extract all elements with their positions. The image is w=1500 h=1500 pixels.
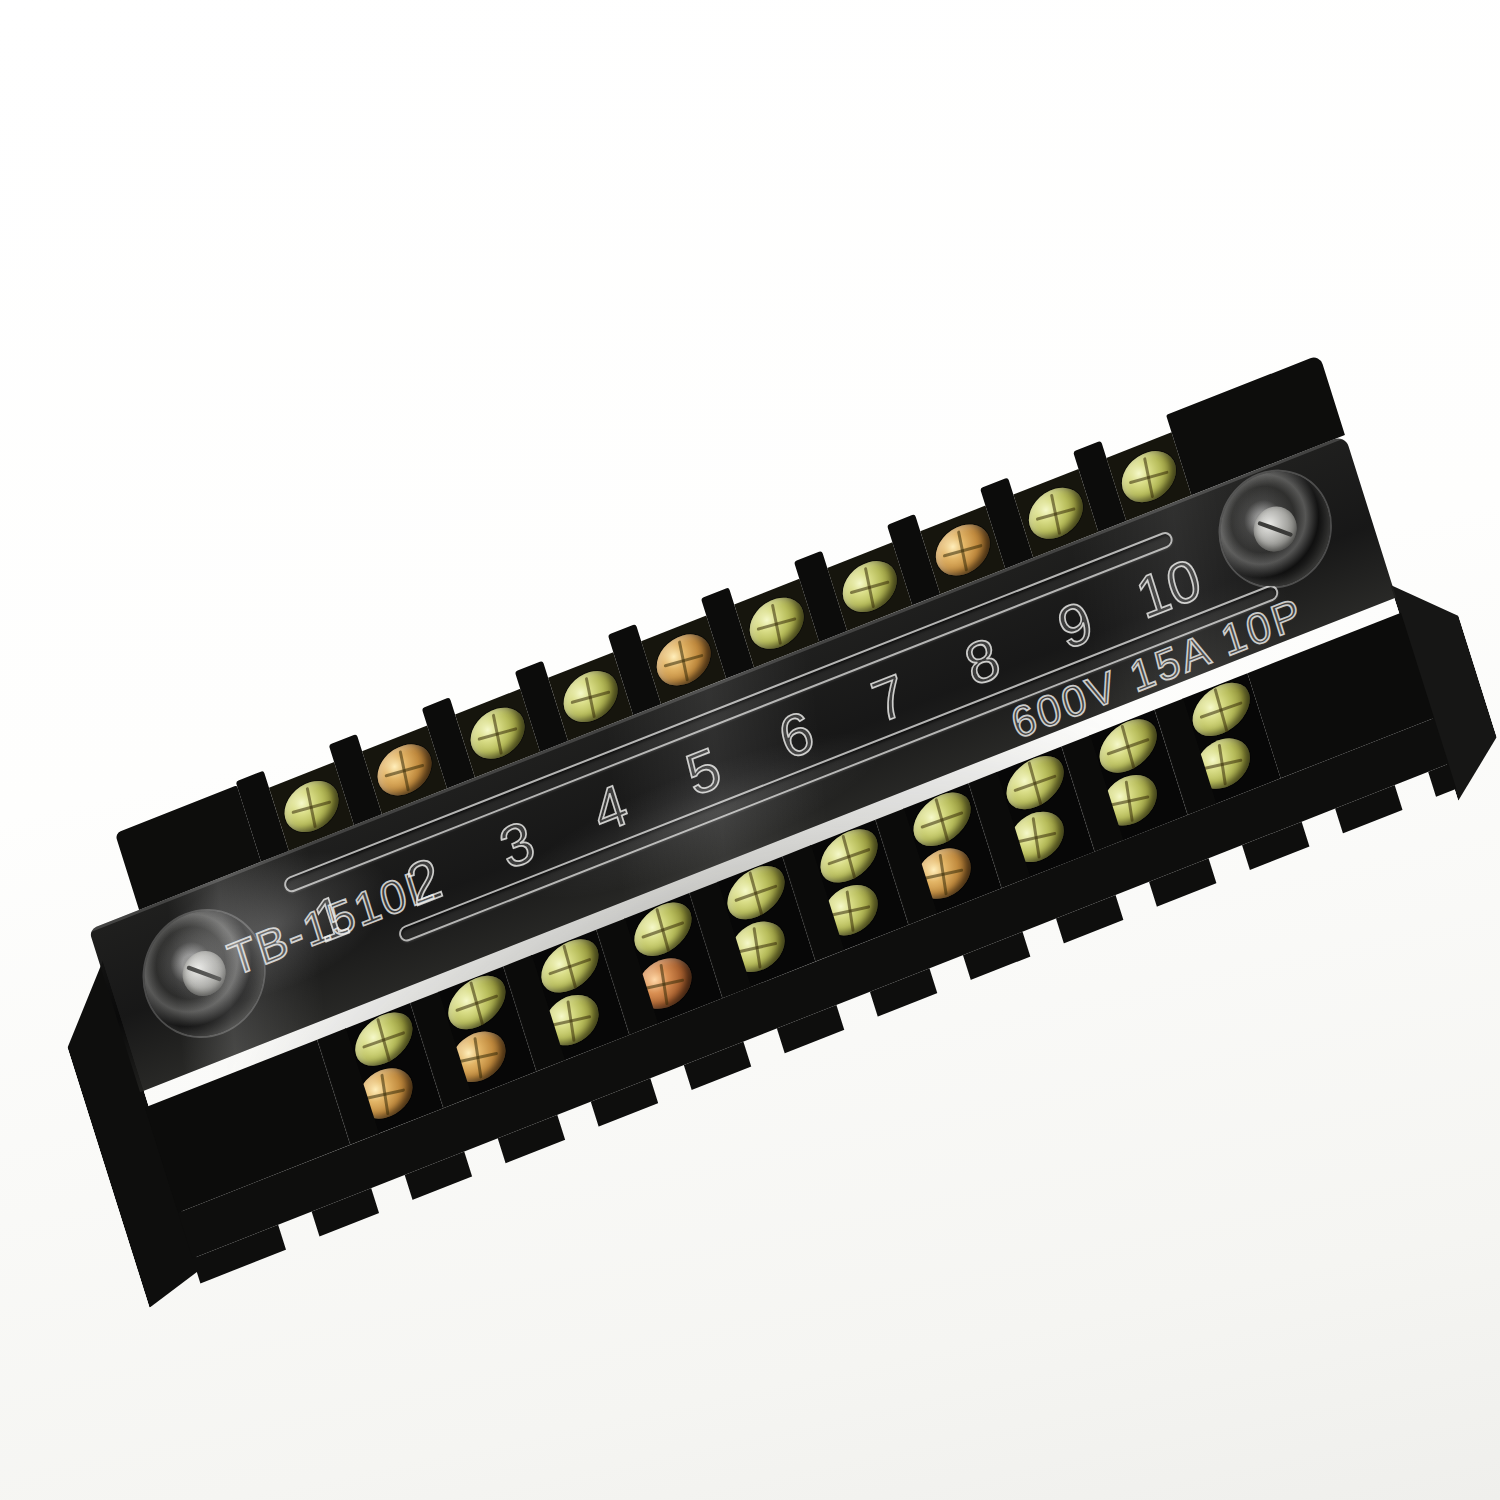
screw-slot	[186, 965, 222, 982]
screw-slot	[1257, 521, 1293, 538]
mounting-screw-icon	[177, 944, 231, 1002]
mounting-screw-icon	[1248, 500, 1302, 558]
photo-stage: TB-1510L 1 2 3 4 5 6 7 8 9 10 600V 15A 1…	[0, 0, 1500, 1500]
terminal-block: TB-1510L 1 2 3 4 5 6 7 8 9 10 600V 15A 1…	[64, 355, 1457, 1284]
